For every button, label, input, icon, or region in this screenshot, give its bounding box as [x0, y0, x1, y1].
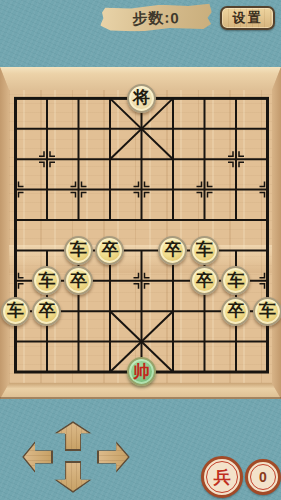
right-arrow-icon: [97, 441, 130, 473]
soldier-count-value: 0: [259, 469, 267, 485]
up-arrow-icon: [54, 421, 92, 451]
piece-black-general[interactable]: 将: [127, 84, 156, 113]
piece-char: 车: [7, 302, 24, 319]
steps-label: 步数:: [132, 8, 171, 28]
piece-black-chariot[interactable]: 车: [64, 236, 93, 265]
soldier-count-badge: 0: [245, 459, 281, 495]
piece-black-chariot[interactable]: 车: [221, 266, 250, 295]
xiangqi-puzzle-app: { "game": "xiangqi", "header": { "steps"…: [0, 0, 281, 500]
piece-black-soldier[interactable]: 卒: [32, 297, 61, 326]
piece-char: 卒: [227, 302, 244, 319]
piece-black-soldier[interactable]: 卒: [158, 236, 187, 265]
soldier-reserve-badge[interactable]: 兵: [201, 456, 243, 498]
piece-black-soldier[interactable]: 卒: [221, 297, 250, 326]
piece-black-chariot[interactable]: 车: [190, 236, 219, 265]
piece-char: 车: [227, 272, 244, 289]
piece-char: 卒: [38, 302, 55, 319]
piece-red-general[interactable]: 帅: [127, 357, 156, 386]
piece-char: 帅: [133, 363, 150, 380]
soldier-badge-char: 兵: [214, 466, 231, 489]
settings-button[interactable]: 设置: [220, 6, 275, 30]
move-right-button[interactable]: [97, 441, 130, 473]
piece-char: 车: [196, 241, 213, 258]
piece-black-soldier[interactable]: 卒: [64, 266, 93, 295]
piece-char: 车: [38, 272, 55, 289]
pieces-layer: 将车卒卒车车卒卒车车卒卒车帅: [0, 83, 281, 387]
left-arrow-icon: [22, 441, 53, 473]
steps-value: 0: [170, 9, 180, 26]
piece-black-soldier[interactable]: 卒: [190, 266, 219, 295]
piece-black-chariot[interactable]: 车: [32, 266, 61, 295]
piece-char: 卒: [70, 272, 87, 289]
piece-char: 车: [70, 241, 87, 258]
piece-black-chariot[interactable]: 车: [1, 297, 30, 326]
move-down-button[interactable]: [54, 461, 92, 493]
piece-char: 车: [259, 302, 276, 319]
move-up-button[interactable]: [54, 421, 92, 451]
piece-char: 卒: [164, 241, 181, 258]
down-arrow-icon: [54, 461, 92, 493]
piece-char: 卒: [101, 241, 118, 258]
move-left-button[interactable]: [22, 441, 53, 473]
settings-button-label: 设置: [233, 9, 263, 27]
piece-black-chariot[interactable]: 车: [253, 297, 281, 326]
piece-char: 卒: [196, 272, 213, 289]
piece-char: 将: [133, 89, 150, 106]
piece-black-soldier[interactable]: 卒: [95, 236, 124, 265]
steps-plaque: 步数:0: [100, 3, 213, 33]
